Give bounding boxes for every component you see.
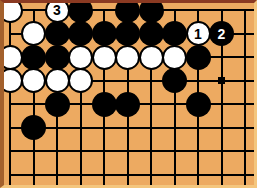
go-board[interactable]: 312: [4, 3, 254, 185]
stone-black: [115, 3, 140, 23]
stone-black: [68, 3, 93, 23]
stone-white: [139, 45, 164, 70]
stone-white: [68, 68, 93, 93]
stone-black: [186, 45, 211, 70]
stone-black: [162, 21, 187, 46]
stone-black: [21, 45, 46, 70]
stone-white: [162, 45, 187, 70]
stone-black: [186, 92, 211, 117]
stone-black: [92, 21, 117, 46]
stone-black: [45, 21, 70, 46]
stone-white: [4, 3, 23, 23]
stone-white: [115, 45, 140, 70]
stone-white: [45, 68, 70, 93]
board-frame: 312: [0, 0, 257, 188]
stone-black: [115, 21, 140, 46]
stone-white: [21, 21, 46, 46]
stone-black: [45, 45, 70, 70]
move-stone-2: 2: [209, 21, 234, 46]
stone-white: [4, 45, 23, 70]
stone-white: [68, 45, 93, 70]
grid-line-horizontal: [9, 150, 254, 152]
stone-black: [162, 68, 187, 93]
star-point: [218, 77, 225, 84]
stone-black: [45, 92, 70, 117]
move-stone-1: 1: [186, 21, 211, 46]
stone-black: [68, 21, 93, 46]
stone-black: [139, 21, 164, 46]
stone-black: [21, 115, 46, 140]
stone-black: [92, 92, 117, 117]
grid-line-vertical: [9, 9, 11, 185]
grid-line-vertical: [244, 9, 246, 185]
stone-white: [4, 68, 23, 93]
stone-white: [21, 68, 46, 93]
grid-line-horizontal: [9, 174, 254, 176]
stone-white: [92, 45, 117, 70]
stone-black: [115, 92, 140, 117]
stone-black: [139, 3, 164, 23]
move-stone-3: 3: [45, 3, 70, 23]
